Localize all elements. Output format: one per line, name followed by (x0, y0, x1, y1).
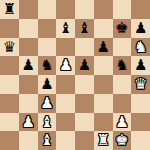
square-f8[interactable] (94, 0, 113, 19)
square-h8[interactable] (131, 0, 150, 19)
square-e1[interactable] (75, 131, 94, 150)
square-h4[interactable]: ♛ (131, 75, 150, 94)
black-knight-icon: ♞ (115, 56, 128, 75)
square-e2[interactable] (75, 113, 94, 132)
black-pawn-icon: ♟ (78, 56, 91, 75)
square-c8[interactable] (38, 0, 57, 19)
white-knight-icon: ♞ (134, 38, 147, 57)
square-h3[interactable] (131, 94, 150, 113)
square-e5[interactable]: ♟ (75, 56, 94, 75)
square-a4[interactable] (0, 75, 19, 94)
square-c5[interactable]: ♞ (38, 56, 57, 75)
square-h2[interactable] (131, 113, 150, 132)
square-g6[interactable] (113, 38, 132, 57)
square-b8[interactable] (19, 0, 38, 19)
square-f3[interactable] (94, 94, 113, 113)
white-rook-icon: ♜ (96, 131, 109, 150)
square-a3[interactable] (0, 94, 19, 113)
square-b6[interactable] (19, 38, 38, 57)
square-f2[interactable] (94, 113, 113, 132)
square-c3[interactable]: ♟ (38, 94, 57, 113)
square-d8[interactable] (56, 0, 75, 19)
square-e3[interactable] (75, 94, 94, 113)
square-a1[interactable] (0, 131, 19, 150)
black-queen-icon: ♛ (3, 38, 16, 57)
square-c7[interactable] (38, 19, 57, 38)
square-g7[interactable]: ♚ (113, 19, 132, 38)
square-b2[interactable]: ♟ (19, 113, 38, 132)
white-bishop-icon: ♝ (40, 113, 53, 132)
square-e4[interactable] (75, 75, 94, 94)
square-d7[interactable]: ♝ (56, 19, 75, 38)
square-a8[interactable]: ♜ (0, 0, 19, 19)
square-c1[interactable]: ♝ (38, 131, 57, 150)
white-queen-icon: ♛ (134, 75, 147, 94)
black-pawn-icon: ♟ (134, 19, 147, 38)
black-knight-icon: ♞ (40, 56, 53, 75)
square-a6[interactable]: ♛ (0, 38, 19, 57)
square-b1[interactable] (19, 131, 38, 150)
square-f6[interactable]: ♟ (94, 38, 113, 57)
white-king-icon: ♚ (115, 131, 128, 150)
white-bishop-icon: ♝ (40, 131, 53, 150)
square-d6[interactable] (56, 38, 75, 57)
black-king-icon: ♚ (115, 19, 128, 38)
square-h1[interactable] (131, 131, 150, 150)
black-bishop-icon: ♝ (78, 19, 91, 38)
square-b5[interactable]: ♟ (19, 56, 38, 75)
white-pawn-icon: ♟ (40, 94, 53, 113)
square-c6[interactable] (38, 38, 57, 57)
square-f4[interactable] (94, 75, 113, 94)
square-e6[interactable] (75, 38, 94, 57)
white-pawn-icon: ♟ (59, 56, 72, 75)
square-h5[interactable]: ♟ (131, 56, 150, 75)
square-g2[interactable]: ♟ (113, 113, 132, 132)
square-f1[interactable]: ♜ (94, 131, 113, 150)
square-f7[interactable] (94, 19, 113, 38)
black-pawn-icon: ♟ (134, 56, 147, 75)
black-rook-icon: ♜ (3, 0, 16, 19)
square-d2[interactable] (56, 113, 75, 132)
square-f5[interactable] (94, 56, 113, 75)
black-pawn-icon: ♟ (40, 75, 53, 94)
square-d1[interactable] (56, 131, 75, 150)
square-a2[interactable] (0, 113, 19, 132)
square-g4[interactable] (113, 75, 132, 94)
square-d4[interactable] (56, 75, 75, 94)
square-c2[interactable]: ♝ (38, 113, 57, 132)
square-b4[interactable] (19, 75, 38, 94)
square-g3[interactable] (113, 94, 132, 113)
square-g8[interactable] (113, 0, 132, 19)
black-pawn-icon: ♟ (96, 38, 109, 57)
square-a5[interactable] (0, 56, 19, 75)
white-pawn-icon: ♟ (115, 113, 128, 132)
square-b7[interactable] (19, 19, 38, 38)
square-a7[interactable] (0, 19, 19, 38)
black-pawn-icon: ♟ (21, 56, 34, 75)
square-d5[interactable]: ♟ (56, 56, 75, 75)
square-h6[interactable]: ♞ (131, 38, 150, 57)
square-h7[interactable]: ♟ (131, 19, 150, 38)
square-b3[interactable] (19, 94, 38, 113)
square-e8[interactable] (75, 0, 94, 19)
black-bishop-icon: ♝ (59, 19, 72, 38)
square-g5[interactable]: ♞ (113, 56, 132, 75)
square-e7[interactable]: ♝ (75, 19, 94, 38)
chess-board: ♜♝♝♚♟♛♟♞♟♞♟♟♞♟♟♛♟♟♝♟♝♜♚ (0, 0, 150, 150)
square-g1[interactable]: ♚ (113, 131, 132, 150)
square-c4[interactable]: ♟ (38, 75, 57, 94)
square-d3[interactable] (56, 94, 75, 113)
white-pawn-icon: ♟ (21, 113, 34, 132)
